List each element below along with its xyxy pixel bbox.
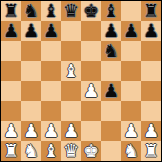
square-h6[interactable] bbox=[141, 41, 161, 61]
square-a3[interactable] bbox=[1, 101, 21, 121]
white-pawn[interactable]: ♟ bbox=[43, 121, 59, 141]
square-f7[interactable]: ♟ bbox=[101, 21, 121, 41]
black-pawn[interactable]: ♟ bbox=[143, 21, 159, 41]
white-pawn[interactable]: ♟ bbox=[23, 121, 39, 141]
square-a8[interactable]: ♜ bbox=[1, 1, 21, 21]
square-g4[interactable] bbox=[121, 81, 141, 101]
square-b2[interactable]: ♟ bbox=[21, 121, 41, 141]
square-g7[interactable]: ♟ bbox=[121, 21, 141, 41]
square-h1[interactable]: ♜ bbox=[141, 141, 161, 161]
square-e7[interactable] bbox=[81, 21, 101, 41]
black-pawn[interactable]: ♟ bbox=[103, 81, 119, 101]
square-e3[interactable] bbox=[81, 101, 101, 121]
square-f6[interactable]: ♞ bbox=[101, 41, 121, 61]
square-h8[interactable]: ♜ bbox=[141, 1, 161, 21]
square-g8[interactable] bbox=[121, 1, 141, 21]
square-e2[interactable] bbox=[81, 121, 101, 141]
square-h7[interactable]: ♟ bbox=[141, 21, 161, 41]
white-knight[interactable]: ♞ bbox=[123, 141, 139, 161]
square-a2[interactable]: ♟ bbox=[1, 121, 21, 141]
square-a5[interactable] bbox=[1, 61, 21, 81]
black-pawn[interactable]: ♟ bbox=[123, 21, 139, 41]
white-pawn[interactable]: ♟ bbox=[63, 121, 79, 141]
square-c4[interactable] bbox=[41, 81, 61, 101]
white-king[interactable]: ♚ bbox=[83, 141, 99, 161]
white-knight[interactable]: ♞ bbox=[23, 141, 39, 161]
white-pawn[interactable]: ♟ bbox=[123, 121, 139, 141]
black-rook[interactable]: ♜ bbox=[3, 1, 19, 21]
square-h5[interactable] bbox=[141, 61, 161, 81]
square-d6[interactable] bbox=[61, 41, 81, 61]
chess-board: ♜♞♝♛♚♝♜♟♟♟♟♟♟♞♝♟♟♟♟♟♟♟♟♜♞♝♛♚♞♜ bbox=[0, 0, 162, 162]
square-b8[interactable]: ♞ bbox=[21, 1, 41, 21]
square-b5[interactable] bbox=[21, 61, 41, 81]
square-f5[interactable] bbox=[101, 61, 121, 81]
square-e5[interactable] bbox=[81, 61, 101, 81]
square-d8[interactable]: ♛ bbox=[61, 1, 81, 21]
square-d3[interactable] bbox=[61, 101, 81, 121]
square-h3[interactable] bbox=[141, 101, 161, 121]
square-c3[interactable] bbox=[41, 101, 61, 121]
square-g1[interactable]: ♞ bbox=[121, 141, 141, 161]
square-e1[interactable]: ♚ bbox=[81, 141, 101, 161]
white-pawn[interactable]: ♟ bbox=[83, 81, 99, 101]
square-g2[interactable]: ♟ bbox=[121, 121, 141, 141]
square-c5[interactable] bbox=[41, 61, 61, 81]
square-a6[interactable] bbox=[1, 41, 21, 61]
black-king[interactable]: ♚ bbox=[83, 1, 99, 21]
square-b3[interactable] bbox=[21, 101, 41, 121]
square-e6[interactable] bbox=[81, 41, 101, 61]
black-knight[interactable]: ♞ bbox=[103, 41, 119, 61]
white-pawn[interactable]: ♟ bbox=[143, 121, 159, 141]
square-b6[interactable] bbox=[21, 41, 41, 61]
square-f2[interactable] bbox=[101, 121, 121, 141]
square-e4[interactable]: ♟ bbox=[81, 81, 101, 101]
white-bishop[interactable]: ♝ bbox=[63, 61, 79, 81]
black-queen[interactable]: ♛ bbox=[63, 1, 79, 21]
square-d2[interactable]: ♟ bbox=[61, 121, 81, 141]
square-g3[interactable] bbox=[121, 101, 141, 121]
white-rook[interactable]: ♜ bbox=[143, 141, 159, 161]
black-knight[interactable]: ♞ bbox=[23, 1, 39, 21]
square-c2[interactable]: ♟ bbox=[41, 121, 61, 141]
square-a1[interactable]: ♜ bbox=[1, 141, 21, 161]
black-pawn[interactable]: ♟ bbox=[23, 21, 39, 41]
white-queen[interactable]: ♛ bbox=[63, 141, 79, 161]
black-pawn[interactable]: ♟ bbox=[103, 21, 119, 41]
square-b7[interactable]: ♟ bbox=[21, 21, 41, 41]
square-d5[interactable]: ♝ bbox=[61, 61, 81, 81]
square-d1[interactable]: ♛ bbox=[61, 141, 81, 161]
white-bishop[interactable]: ♝ bbox=[43, 141, 59, 161]
white-pawn[interactable]: ♟ bbox=[3, 121, 19, 141]
square-a7[interactable]: ♟ bbox=[1, 21, 21, 41]
square-b1[interactable]: ♞ bbox=[21, 141, 41, 161]
square-b4[interactable] bbox=[21, 81, 41, 101]
square-f8[interactable]: ♝ bbox=[101, 1, 121, 21]
square-d4[interactable] bbox=[61, 81, 81, 101]
square-c1[interactable]: ♝ bbox=[41, 141, 61, 161]
square-h4[interactable] bbox=[141, 81, 161, 101]
black-pawn[interactable]: ♟ bbox=[3, 21, 19, 41]
square-g5[interactable] bbox=[121, 61, 141, 81]
black-pawn[interactable]: ♟ bbox=[43, 21, 59, 41]
square-e8[interactable]: ♚ bbox=[81, 1, 101, 21]
square-c8[interactable]: ♝ bbox=[41, 1, 61, 21]
black-bishop[interactable]: ♝ bbox=[43, 1, 59, 21]
square-h2[interactable]: ♟ bbox=[141, 121, 161, 141]
square-g6[interactable] bbox=[121, 41, 141, 61]
square-f3[interactable] bbox=[101, 101, 121, 121]
square-f1[interactable] bbox=[101, 141, 121, 161]
square-d7[interactable] bbox=[61, 21, 81, 41]
white-rook[interactable]: ♜ bbox=[3, 141, 19, 161]
black-bishop[interactable]: ♝ bbox=[103, 1, 119, 21]
black-rook[interactable]: ♜ bbox=[143, 1, 159, 21]
square-a4[interactable] bbox=[1, 81, 21, 101]
square-f4[interactable]: ♟ bbox=[101, 81, 121, 101]
square-c7[interactable]: ♟ bbox=[41, 21, 61, 41]
square-c6[interactable] bbox=[41, 41, 61, 61]
